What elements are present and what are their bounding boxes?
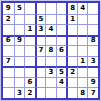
cell-r6c6[interactable]: [56, 56, 67, 67]
cell-r5c4[interactable]: 7: [35, 45, 46, 56]
cell-r6c7[interactable]: [66, 56, 77, 67]
cell-r6c3[interactable]: [24, 56, 35, 67]
cell-r9c7[interactable]: [66, 87, 77, 98]
cell-r7c6[interactable]: 5: [56, 66, 67, 77]
cell-r2c4[interactable]: 5: [35, 14, 46, 25]
cell-r8c3[interactable]: 6: [24, 77, 35, 88]
cell-r9c4[interactable]: [35, 87, 46, 98]
cell-r4c3[interactable]: [24, 35, 35, 46]
cell-r3c4[interactable]: 3: [35, 24, 46, 35]
cell-r7c3[interactable]: [24, 66, 35, 77]
cell-r1c9[interactable]: [87, 3, 98, 14]
cell-r7c8[interactable]: [77, 66, 88, 77]
sudoku-board-frame: 95842511346987867133526493287: [1, 1, 100, 100]
cell-r1c5[interactable]: [45, 3, 56, 14]
cell-r8c1[interactable]: [3, 77, 14, 88]
cell-r5c9[interactable]: [87, 45, 98, 56]
cell-r3c8[interactable]: [77, 24, 88, 35]
cell-r2c2[interactable]: [14, 14, 25, 25]
cell-r6c8[interactable]: 1: [77, 56, 88, 67]
cell-r8c8[interactable]: [77, 77, 88, 88]
cell-r5c7[interactable]: [66, 45, 77, 56]
cell-r6c1[interactable]: 7: [3, 56, 14, 67]
cell-r3c1[interactable]: [3, 24, 14, 35]
cell-r1c8[interactable]: 4: [77, 3, 88, 14]
cell-r2c8[interactable]: [77, 14, 88, 25]
cell-r1c7[interactable]: 8: [66, 3, 77, 14]
cell-r5c8[interactable]: [77, 45, 88, 56]
cell-r3c2[interactable]: [14, 24, 25, 35]
cell-r7c4[interactable]: [35, 66, 46, 77]
cell-r4c8[interactable]: [77, 35, 88, 46]
cell-r2c9[interactable]: [87, 14, 98, 25]
cell-r4c2[interactable]: 9: [14, 35, 25, 46]
cell-r8c2[interactable]: [14, 77, 25, 88]
cell-r8c5[interactable]: [45, 77, 56, 88]
cell-r4c7[interactable]: [66, 35, 77, 46]
cell-r5c1[interactable]: [3, 45, 14, 56]
cell-r9c2[interactable]: 3: [14, 87, 25, 98]
cell-r9c8[interactable]: 8: [77, 87, 88, 98]
cell-r5c3[interactable]: [24, 45, 35, 56]
cell-r6c4[interactable]: [35, 56, 46, 67]
cell-r1c6[interactable]: [56, 3, 67, 14]
cell-r8c6[interactable]: 4: [56, 77, 67, 88]
sudoku-board: 95842511346987867133526493287: [1, 1, 100, 100]
cell-r6c5[interactable]: [45, 56, 56, 67]
cell-r4c5[interactable]: [45, 35, 56, 46]
cell-r7c5[interactable]: 3: [45, 66, 56, 77]
cell-r7c2[interactable]: [14, 66, 25, 77]
cell-r2c1[interactable]: 2: [3, 14, 14, 25]
cell-r1c4[interactable]: [35, 3, 46, 14]
cell-r3c6[interactable]: [56, 24, 67, 35]
cell-r9c6[interactable]: [56, 87, 67, 98]
cell-r1c1[interactable]: 9: [3, 3, 14, 14]
cell-r5c6[interactable]: 6: [56, 45, 67, 56]
cell-r2c3[interactable]: [24, 14, 35, 25]
cell-r3c5[interactable]: 4: [45, 24, 56, 35]
cell-r9c3[interactable]: 2: [24, 87, 35, 98]
cell-r4c9[interactable]: 8: [87, 35, 98, 46]
cell-r2c5[interactable]: [45, 14, 56, 25]
cell-r6c2[interactable]: [14, 56, 25, 67]
cell-r2c7[interactable]: 1: [66, 14, 77, 25]
cell-r7c1[interactable]: [3, 66, 14, 77]
cell-r1c2[interactable]: 5: [14, 3, 25, 14]
cell-r4c1[interactable]: 6: [3, 35, 14, 46]
cell-r3c9[interactable]: [87, 24, 98, 35]
cell-r4c4[interactable]: [35, 35, 46, 46]
cell-r2c6[interactable]: [56, 14, 67, 25]
cell-r9c9[interactable]: 7: [87, 87, 98, 98]
cell-r8c7[interactable]: [66, 77, 77, 88]
cell-r7c9[interactable]: [87, 66, 98, 77]
cell-r9c1[interactable]: [3, 87, 14, 98]
cell-r5c2[interactable]: [14, 45, 25, 56]
cell-r3c3[interactable]: 1: [24, 24, 35, 35]
cell-r4c6[interactable]: [56, 35, 67, 46]
cell-r9c5[interactable]: [45, 87, 56, 98]
cell-r1c3[interactable]: [24, 3, 35, 14]
cell-r7c7[interactable]: 2: [66, 66, 77, 77]
cell-r8c4[interactable]: [35, 77, 46, 88]
cell-r3c7[interactable]: [66, 24, 77, 35]
cell-r5c5[interactable]: 8: [45, 45, 56, 56]
cell-r6c9[interactable]: 3: [87, 56, 98, 67]
cell-r8c9[interactable]: 9: [87, 77, 98, 88]
